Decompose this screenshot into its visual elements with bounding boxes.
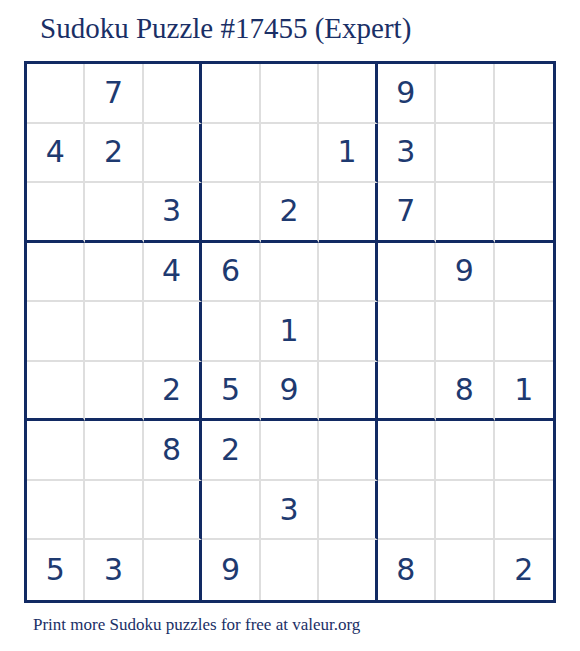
cell-r6c8[interactable]: 8: [436, 362, 494, 422]
cell-r9c3[interactable]: [144, 540, 202, 600]
cell-r9c5[interactable]: [261, 540, 319, 600]
cell-r7c2[interactable]: [85, 421, 143, 481]
cell-r6c2[interactable]: [85, 362, 143, 422]
cell-r6c6[interactable]: [319, 362, 377, 422]
cell-r5c3[interactable]: [144, 302, 202, 362]
cell-r2c6[interactable]: 1: [319, 124, 377, 184]
cell-r9c9[interactable]: 2: [495, 540, 553, 600]
cell-r7c7[interactable]: [378, 421, 436, 481]
cell-r4c1[interactable]: [27, 243, 85, 303]
cell-r5c1[interactable]: [27, 302, 85, 362]
cell-r7c5[interactable]: [261, 421, 319, 481]
cell-r1c4[interactable]: [202, 64, 260, 124]
cell-r3c9[interactable]: [495, 183, 553, 243]
cell-r2c5[interactable]: [261, 124, 319, 184]
cell-r4c7[interactable]: [378, 243, 436, 303]
cell-r3c7[interactable]: 7: [378, 183, 436, 243]
cell-r6c7[interactable]: [378, 362, 436, 422]
cell-r4c4[interactable]: 6: [202, 243, 260, 303]
cell-r8c9[interactable]: [495, 481, 553, 541]
cell-r9c1[interactable]: 5: [27, 540, 85, 600]
cell-r1c8[interactable]: [436, 64, 494, 124]
cell-r2c4[interactable]: [202, 124, 260, 184]
cell-r8c2[interactable]: [85, 481, 143, 541]
cell-r8c1[interactable]: [27, 481, 85, 541]
cell-r6c5[interactable]: 9: [261, 362, 319, 422]
cell-r1c1[interactable]: [27, 64, 85, 124]
cell-r5c8[interactable]: [436, 302, 494, 362]
cell-r2c3[interactable]: [144, 124, 202, 184]
cell-r2c2[interactable]: 2: [85, 124, 143, 184]
cell-r8c6[interactable]: [319, 481, 377, 541]
cell-r1c6[interactable]: [319, 64, 377, 124]
cell-r7c3[interactable]: 8: [144, 421, 202, 481]
cell-r6c9[interactable]: 1: [495, 362, 553, 422]
cell-r8c3[interactable]: [144, 481, 202, 541]
cell-r1c3[interactable]: [144, 64, 202, 124]
cell-r7c8[interactable]: [436, 421, 494, 481]
cell-r2c7[interactable]: 3: [378, 124, 436, 184]
cell-r5c5[interactable]: 1: [261, 302, 319, 362]
cell-r6c3[interactable]: 2: [144, 362, 202, 422]
cell-r4c6[interactable]: [319, 243, 377, 303]
cell-r5c4[interactable]: [202, 302, 260, 362]
cell-r2c8[interactable]: [436, 124, 494, 184]
cell-r1c5[interactable]: [261, 64, 319, 124]
cell-r9c2[interactable]: 3: [85, 540, 143, 600]
cell-r8c8[interactable]: [436, 481, 494, 541]
cell-r1c2[interactable]: 7: [85, 64, 143, 124]
sudoku-board: 79421332746912598182353982: [24, 61, 556, 603]
cell-r5c9[interactable]: [495, 302, 553, 362]
cell-r8c7[interactable]: [378, 481, 436, 541]
cell-r7c4[interactable]: 2: [202, 421, 260, 481]
cell-r7c9[interactable]: [495, 421, 553, 481]
cell-r3c2[interactable]: [85, 183, 143, 243]
cell-r5c2[interactable]: [85, 302, 143, 362]
cell-r1c9[interactable]: [495, 64, 553, 124]
cell-r1c7[interactable]: 9: [378, 64, 436, 124]
cell-r3c1[interactable]: [27, 183, 85, 243]
cell-r3c8[interactable]: [436, 183, 494, 243]
cell-r3c3[interactable]: 3: [144, 183, 202, 243]
cell-r2c1[interactable]: 4: [27, 124, 85, 184]
cell-r3c6[interactable]: [319, 183, 377, 243]
cell-r8c4[interactable]: [202, 481, 260, 541]
cell-r4c5[interactable]: [261, 243, 319, 303]
cell-r4c2[interactable]: [85, 243, 143, 303]
cell-r6c4[interactable]: 5: [202, 362, 260, 422]
cell-r7c1[interactable]: [27, 421, 85, 481]
cell-r9c7[interactable]: 8: [378, 540, 436, 600]
cell-r8c5[interactable]: 3: [261, 481, 319, 541]
cell-r9c8[interactable]: [436, 540, 494, 600]
cell-r9c4[interactable]: 9: [202, 540, 260, 600]
footer-credit: Print more Sudoku puzzles for free at va…: [33, 615, 360, 635]
cell-r3c4[interactable]: [202, 183, 260, 243]
page-title: Sudoku Puzzle #17455 (Expert): [40, 12, 411, 45]
cell-r4c9[interactable]: [495, 243, 553, 303]
cell-r3c5[interactable]: 2: [261, 183, 319, 243]
cell-r5c6[interactable]: [319, 302, 377, 362]
cell-r9c6[interactable]: [319, 540, 377, 600]
cell-r5c7[interactable]: [378, 302, 436, 362]
cell-r6c1[interactable]: [27, 362, 85, 422]
cell-r4c3[interactable]: 4: [144, 243, 202, 303]
cell-r2c9[interactable]: [495, 124, 553, 184]
cell-r7c6[interactable]: [319, 421, 377, 481]
cell-r4c8[interactable]: 9: [436, 243, 494, 303]
